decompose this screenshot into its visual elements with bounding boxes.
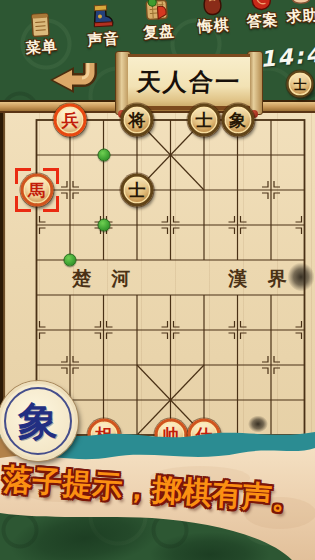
captured-piece: 士 [287,71,314,98]
move-hint-dot[interactable] [97,149,110,162]
river-label-left: 楚 河 [72,266,138,292]
boot-icon [86,3,118,31]
scroll-parchment: 天人合一 [128,54,250,110]
toolbar-button-1[interactable]: 声音 [73,3,132,51]
back-button[interactable] [40,56,98,104]
scroll-icon [25,11,57,39]
move-hint-dot[interactable] [97,219,110,232]
piece-red[interactable]: 馬 [20,174,53,207]
toolbar-label: 声音 [75,29,132,51]
jar-icon [197,0,229,17]
piece-black[interactable]: 士 [121,174,154,207]
xiangqi-app-screen: 菜单声音复盘悔棋答案求助 天人合一 14:4 士 楚 河 漢 界 [0,0,315,560]
piece-black[interactable]: 士 [188,104,221,137]
move-hint-dot[interactable] [64,254,77,267]
return-arrow-icon [40,56,98,100]
piece-red[interactable]: 兵 [54,104,87,137]
level-title: 天人合一 [136,66,242,98]
toolbar-label: 菜单 [13,36,70,58]
toolbar-label: 求助 [274,5,315,27]
captured-piece-char: 士 [294,78,307,91]
elephant-seal-logo: 象 [0,381,78,461]
ink-stain [288,263,315,292]
toolbar-label: 复盘 [131,21,188,43]
river-label-right: 漢 界 [228,266,294,292]
basket-icon [142,0,174,24]
timer: 14:4 [259,41,315,72]
piece-black[interactable]: 象 [221,104,254,137]
toolbar-button-5[interactable]: 求助 [272,0,315,28]
piece-black[interactable]: 将 [121,104,154,137]
toolbar-button-0[interactable]: 菜单 [12,10,71,58]
seal-character: 象 [18,394,58,449]
level-title-scroll: 天人合一 [116,54,262,110]
toolbar-button-2[interactable]: 复盘 [129,0,188,44]
